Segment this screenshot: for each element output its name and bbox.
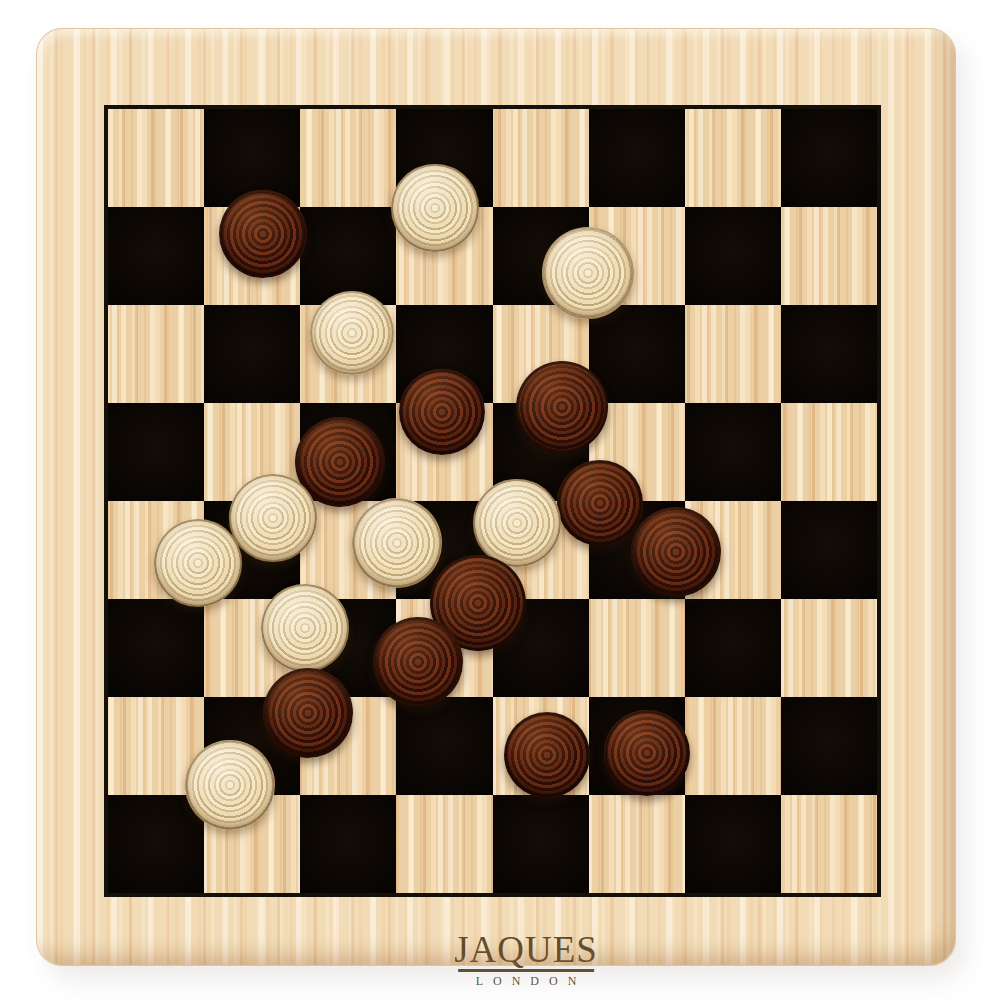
light-checker-d7[interactable]	[391, 164, 479, 252]
brand-name: JAQUES	[454, 932, 598, 968]
dark-checker-d5[interactable]	[399, 369, 485, 455]
square-g8[interactable]	[685, 109, 781, 207]
square-h1[interactable]	[781, 795, 877, 893]
square-g5[interactable]	[685, 403, 781, 501]
square-e1[interactable]	[493, 795, 589, 893]
square-f8[interactable]	[589, 109, 685, 207]
square-g3[interactable]	[685, 599, 781, 697]
brand-logo: JAQUES LONDON	[454, 932, 598, 987]
square-g2[interactable]	[685, 697, 781, 795]
square-d1[interactable]	[396, 795, 492, 893]
square-f1[interactable]	[589, 795, 685, 893]
photo-scene: JAQUES LONDON	[0, 0, 1000, 1000]
dark-checker-e2[interactable]	[504, 712, 590, 798]
dark-checker-f4[interactable]	[631, 507, 721, 597]
square-b6[interactable]	[204, 305, 300, 403]
light-checker-b2[interactable]	[185, 740, 275, 830]
light-checker-d4[interactable]	[352, 498, 442, 588]
brand-city: LONDON	[454, 975, 598, 987]
square-c1[interactable]	[300, 795, 396, 893]
square-a1[interactable]	[108, 795, 204, 893]
square-a7[interactable]	[108, 207, 204, 305]
square-d2[interactable]	[396, 697, 492, 795]
dark-checker-e5[interactable]	[516, 361, 608, 453]
square-a6[interactable]	[108, 305, 204, 403]
light-checker-c6[interactable]	[310, 291, 394, 375]
light-checker-b4[interactable]	[229, 474, 317, 562]
square-a3[interactable]	[108, 599, 204, 697]
dark-checker-d3[interactable]	[373, 617, 463, 707]
dark-checker-c2[interactable]	[263, 668, 353, 758]
square-h8[interactable]	[781, 109, 877, 207]
dark-checker-f2[interactable]	[604, 710, 690, 796]
light-checker-e4[interactable]	[473, 479, 561, 567]
square-h5[interactable]	[781, 403, 877, 501]
light-checker-e6[interactable]	[542, 227, 634, 319]
square-h6[interactable]	[781, 305, 877, 403]
square-e8[interactable]	[493, 109, 589, 207]
square-h2[interactable]	[781, 697, 877, 795]
square-h7[interactable]	[781, 207, 877, 305]
square-a5[interactable]	[108, 403, 204, 501]
square-a8[interactable]	[108, 109, 204, 207]
dark-checker-b7[interactable]	[219, 190, 307, 278]
light-checker-c3[interactable]	[261, 584, 349, 672]
square-g7[interactable]	[685, 207, 781, 305]
light-checker-a4[interactable]	[154, 519, 242, 607]
square-f3[interactable]	[589, 599, 685, 697]
square-c8[interactable]	[300, 109, 396, 207]
dark-checker-f5[interactable]	[557, 460, 643, 546]
square-g1[interactable]	[685, 795, 781, 893]
square-h3[interactable]	[781, 599, 877, 697]
square-h4[interactable]	[781, 501, 877, 599]
square-g6[interactable]	[685, 305, 781, 403]
